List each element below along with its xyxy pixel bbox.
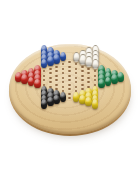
board-hole[interactable] [75, 72, 78, 74]
board-hole[interactable] [87, 72, 90, 74]
board-hole[interactable] [81, 79, 84, 81]
board-hole[interactable] [81, 66, 84, 68]
board-hole[interactable] [94, 79, 97, 81]
board-hole[interactable] [49, 77, 52, 79]
board-hole[interactable] [43, 75, 46, 77]
board-hole[interactable] [49, 72, 52, 74]
board-hole[interactable] [49, 68, 52, 70]
board-hole[interactable] [75, 77, 78, 79]
board-hole[interactable] [68, 97, 71, 99]
board-hole[interactable] [75, 81, 78, 83]
board-hole[interactable] [75, 68, 78, 70]
peg-black[interactable] [53, 95, 60, 105]
peg-blue[interactable] [47, 56, 54, 66]
board-hole[interactable] [68, 93, 71, 95]
peg-green[interactable] [98, 79, 105, 89]
peg-yellow[interactable] [85, 97, 92, 107]
board-hole[interactable] [81, 84, 84, 86]
board-hole[interactable] [55, 66, 58, 68]
board-hole[interactable] [87, 68, 90, 70]
peg-blue[interactable] [53, 54, 60, 64]
peg-blue[interactable] [60, 52, 67, 62]
board-hole[interactable] [62, 81, 65, 83]
chinese-checkers-board [9, 44, 131, 134]
board-hole[interactable] [62, 63, 65, 65]
board-hole[interactable] [62, 77, 65, 79]
photo-scene [0, 0, 140, 187]
peg-black[interactable] [41, 99, 48, 109]
board-hole[interactable] [68, 75, 71, 77]
board-hole[interactable] [68, 88, 71, 90]
board-hole[interactable] [87, 81, 90, 83]
board-hole[interactable] [62, 72, 65, 74]
board-hole[interactable] [68, 79, 71, 81]
board-hole[interactable] [62, 68, 65, 70]
peg-green[interactable] [111, 74, 118, 84]
peg-red[interactable] [34, 79, 41, 89]
board-hole[interactable] [87, 77, 90, 79]
peg-green[interactable] [105, 77, 112, 87]
board-hole[interactable] [43, 70, 46, 72]
board-hole[interactable] [43, 79, 46, 81]
board-hole[interactable] [68, 70, 71, 72]
peg-green[interactable] [117, 72, 124, 82]
board-hole[interactable] [68, 61, 71, 63]
board-hole[interactable] [75, 86, 78, 88]
board-hole[interactable] [68, 84, 71, 86]
board-hole[interactable] [55, 70, 58, 72]
board-hole[interactable] [81, 75, 84, 77]
board-hole[interactable] [94, 70, 97, 72]
board-hole[interactable] [55, 79, 58, 81]
board-hole[interactable] [62, 86, 65, 88]
peg-layer [9, 44, 131, 134]
board-hole[interactable] [55, 84, 58, 86]
board-hole[interactable] [68, 66, 71, 68]
board-hole[interactable] [55, 75, 58, 77]
peg-black[interactable] [47, 97, 54, 107]
peg-yellow[interactable] [92, 99, 99, 109]
peg-red[interactable] [21, 74, 28, 84]
board-hole[interactable] [81, 70, 84, 72]
peg-blue[interactable] [41, 59, 48, 69]
board-hole[interactable] [75, 63, 78, 65]
peg-black[interactable] [60, 92, 67, 102]
board-hole[interactable] [94, 75, 97, 77]
board-hole[interactable] [49, 81, 52, 83]
